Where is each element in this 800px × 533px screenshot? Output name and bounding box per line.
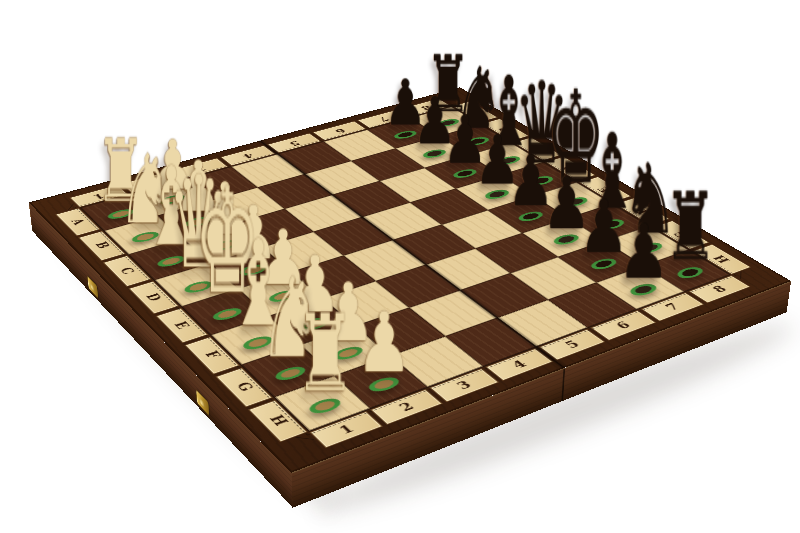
rank-label-text: 1: [336, 423, 356, 436]
rank-label-text: 8: [710, 284, 729, 294]
white-rook-glyph: ♜: [295, 299, 356, 406]
rank-label-text: 6: [614, 320, 634, 331]
file-label-text: A: [69, 218, 87, 226]
rank-label-text: 7: [663, 302, 682, 312]
chess-board: ABCDEFGH ABCDEFGH 12345678 12345678 ♜♟♟♜…: [29, 87, 791, 473]
rank-label-text: 5: [563, 339, 583, 350]
product-photo-stage: ABCDEFGH ABCDEFGH 12345678 12345678 ♜♟♟♜…: [0, 0, 800, 533]
white-pawn-glyph: ♟: [356, 301, 412, 384]
black-rook-glyph: ♜: [663, 179, 717, 272]
file-label-text: G: [232, 381, 255, 393]
file-label-text: B: [92, 241, 111, 250]
rank-label-text: 4: [509, 359, 529, 371]
brass-clasp: [196, 389, 210, 416]
file-label-text: F: [201, 350, 222, 361]
rank-label-text: 3: [454, 379, 474, 391]
board-top-face: ABCDEFGH ABCDEFGH 12345678 12345678 ♜♟♟♜…: [29, 87, 791, 473]
fold-seam-side: [561, 369, 565, 402]
file-label-text: D: [143, 292, 164, 302]
corner-pinstripe: [740, 271, 741, 279]
file-label-text: E: [172, 320, 192, 330]
rank-label-text: 2: [396, 401, 416, 413]
file-label-text: H: [266, 414, 290, 428]
rank-label-far-text: 5: [287, 139, 302, 146]
brass-clasp: [87, 275, 98, 299]
black-pawn-glyph: ♟: [618, 214, 669, 290]
corner-pinstripe: [295, 437, 314, 440]
file-label-text: C: [117, 266, 136, 275]
rank-label-far-text: 6: [332, 127, 347, 134]
